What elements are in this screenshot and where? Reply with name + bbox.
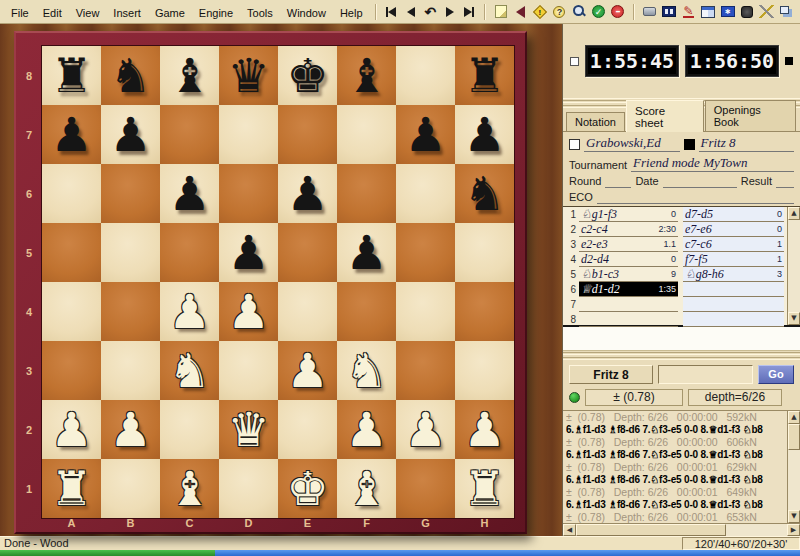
square-c5[interactable]: [160, 223, 219, 282]
menu-file[interactable]: File: [4, 5, 36, 21]
chess-board: 87654321 ♜♞♝♛♚♝♜♟♟♟♟♟♟♞♟♟♟♟♞♟♞♟♟♛♟♟♟♜♝♚♝…: [14, 31, 527, 534]
file-label-g: G: [396, 516, 455, 532]
white-king[interactable]: ♚: [278, 459, 337, 518]
engine-line-pv-1: 6.♗f1-d3 ♗f8-d6 7.♘f3-e5 0-0 8.♕d1-f3 ♘b…: [566, 424, 787, 437]
white-clock-checkbox[interactable]: [570, 57, 579, 66]
rank-label-3: 3: [16, 341, 42, 400]
score-sheet: 1♘g1-f30d7-d502c2-c42:30e7-e603e2-e31.1c…: [563, 206, 800, 327]
square-g5[interactable]: [396, 223, 455, 282]
square-h4[interactable]: [455, 282, 514, 341]
scroll-track[interactable]: [788, 424, 800, 510]
square-b1[interactable]: [101, 459, 160, 518]
wrench-icon: [759, 5, 774, 18]
end-bar-icon: [472, 7, 474, 17]
fritz-app-window: FileEditViewInsertGameEngineToolsWindowH…: [0, 0, 800, 556]
status-message: Done - Wood: [0, 537, 682, 550]
white-move-7[interactable]: [579, 297, 678, 312]
result-label: Result: [741, 175, 772, 188]
hint-bulb-icon: ?: [553, 6, 565, 18]
white-move-2[interactable]: c2-c42:30: [579, 222, 678, 237]
evaluation-field: ± (0.78): [585, 389, 683, 406]
engine-chip-button[interactable]: [641, 3, 659, 20]
move-number: 4: [563, 252, 579, 267]
panel-divider: [563, 352, 800, 355]
forward-button[interactable]: [441, 3, 459, 20]
back-button[interactable]: [402, 3, 420, 20]
engine-hscrollbar[interactable]: ◀ ▶: [563, 523, 800, 536]
scroll-down-icon[interactable]: ▼: [788, 312, 800, 325]
square-d3[interactable]: [219, 341, 278, 400]
white-knight[interactable]: ♞: [160, 341, 219, 400]
engine-line-info-0: ± (0.78) Depth: 6/26 00:00:00 592kN: [566, 411, 787, 424]
engine-line-pv-7: 6.♗f1-d3 ♗f8-d6 7.♘f3-e5 0-0 8.♕d1-f3 ♘b…: [566, 499, 787, 512]
red-minus-icon: –: [611, 5, 624, 18]
black-pawn[interactable]: ♟: [337, 223, 396, 282]
engine-lines: ± (0.78) Depth: 6/26 00:00:00 592kN6.♗f1…: [563, 411, 787, 523]
panel-divider: [563, 357, 800, 360]
black-move-7[interactable]: [683, 297, 784, 312]
white-move-1[interactable]: ♘g1-f30: [579, 207, 678, 222]
scroll-thumb[interactable]: [788, 424, 800, 450]
file-label-h: H: [455, 516, 514, 532]
scroll-track[interactable]: [576, 524, 787, 536]
tab-openings-book[interactable]: Openings Book: [705, 100, 796, 131]
engine-move-field: [658, 365, 753, 384]
square-d6[interactable]: [219, 164, 278, 223]
eco-value[interactable]: [597, 191, 794, 204]
file-label-d: D: [219, 516, 278, 532]
score-row-5: 5♘b1-c39♘g8-h63: [563, 267, 787, 282]
black-move-6[interactable]: [683, 282, 784, 297]
monitor-icon: ∗: [721, 6, 735, 17]
white-pawn[interactable]: ♟: [42, 400, 101, 459]
analyze-button[interactable]: [570, 3, 588, 20]
white-pawn[interactable]: ♟: [219, 282, 278, 341]
toolbar-separator: [633, 4, 635, 20]
tab-score-sheet[interactable]: Score sheet: [626, 100, 704, 132]
square-g1[interactable]: [396, 459, 455, 518]
split-screen-button[interactable]: [699, 3, 717, 20]
square-b3[interactable]: [101, 341, 160, 400]
white-pawn[interactable]: ♟: [160, 282, 219, 341]
score-row-4: 4d2-d40f7-f51: [563, 252, 787, 267]
square-a1[interactable]: ♜: [42, 459, 101, 518]
square-a8[interactable]: ♜: [42, 46, 101, 105]
approve-button[interactable]: ✓: [590, 3, 608, 20]
square-g7[interactable]: ♟: [396, 105, 455, 164]
square-e3[interactable]: ♟: [278, 341, 337, 400]
white-pawn[interactable]: ♟: [278, 341, 337, 400]
score-row-1: 1♘g1-f30d7-d50: [563, 207, 787, 222]
file-label-a: A: [42, 516, 101, 532]
rank-label-8: 8: [16, 46, 42, 105]
engine-line-pv-5: 6.♗f1-d3 ♗f8-d6 7.♘f3-e5 0-0 8.♕d1-f3 ♘b…: [566, 474, 787, 487]
rank-label-5: 5: [16, 223, 42, 282]
score-rows: 1♘g1-f30d7-d502c2-c42:30e7-e603e2-e31.1c…: [563, 207, 787, 325]
undo-icon: ↶: [424, 5, 436, 19]
white-move-3[interactable]: e2-e31.1: [579, 237, 678, 252]
square-a4[interactable]: [42, 282, 101, 341]
square-b5[interactable]: [101, 223, 160, 282]
score-row-3: 3e2-e31.1c7-c61: [563, 237, 787, 252]
engine-line-info-6: ± (0.78) Depth: 6/26 00:00:01 649kN: [566, 486, 787, 499]
white-player-box: [569, 139, 580, 150]
square-e8[interactable]: ♚: [278, 46, 337, 105]
alert-diamond-icon: !: [533, 4, 547, 18]
square-c1[interactable]: ♝: [160, 459, 219, 518]
black-pawn[interactable]: ♟: [42, 105, 101, 164]
white-pawn[interactable]: ♟: [337, 400, 396, 459]
scroll-down-icon[interactable]: ▼: [788, 510, 800, 523]
square-c2[interactable]: [160, 400, 219, 459]
scroll-up-icon[interactable]: ▲: [788, 411, 800, 424]
square-a6[interactable]: [42, 164, 101, 223]
black-rook[interactable]: ♜: [455, 46, 514, 105]
square-f3[interactable]: ♞: [337, 341, 396, 400]
side-panel: 1:55:45 1:56:50 Notation Score sheet Ope…: [562, 24, 800, 536]
takeback-button[interactable]: ↶: [422, 3, 440, 20]
black-move-5[interactable]: ♘g8-h63: [683, 267, 784, 282]
forward-icon: [446, 7, 454, 17]
square-f1[interactable]: ♝: [337, 459, 396, 518]
square-a3[interactable]: [42, 341, 101, 400]
annotate-button[interactable]: ✎: [680, 3, 698, 20]
scroll-up-icon[interactable]: ▲: [788, 207, 800, 220]
square-d8[interactable]: ♛: [219, 46, 278, 105]
move-number: 7: [563, 297, 579, 312]
engine-module-button[interactable]: [738, 3, 756, 20]
square-h8[interactable]: ♜: [455, 46, 514, 105]
side-to-move-indicator: [785, 57, 793, 65]
toolbar-separator: [375, 4, 377, 20]
black-move-3[interactable]: c7-c61: [683, 237, 784, 252]
score-row-6: 6♕d1-d21:35: [563, 282, 787, 297]
time-control: 120'/40+60'/20+30': [682, 537, 800, 550]
white-bishop[interactable]: ♝: [160, 459, 219, 518]
square-a2[interactable]: ♟: [42, 400, 101, 459]
black-move-2[interactable]: e7-e60: [683, 222, 784, 237]
black-player-box: [684, 139, 695, 150]
black-bishop[interactable]: ♝: [337, 46, 396, 105]
engine-line-info-8: ± (0.78) Depth: 6/26 00:00:01 653kN: [566, 511, 787, 523]
file-label-c: C: [160, 516, 219, 532]
square-d5[interactable]: ♟: [219, 223, 278, 282]
clock-panel: 1:55:45 1:56:50: [563, 24, 800, 99]
white-move-4[interactable]: d2-d40: [579, 252, 678, 267]
black-pawn[interactable]: ♟: [455, 105, 514, 164]
rank-label-6: 6: [16, 164, 42, 223]
engine-name-button[interactable]: Fritz 8: [569, 365, 653, 384]
new-note-button[interactable]: [492, 3, 510, 20]
menu-tools[interactable]: Tools: [240, 5, 280, 21]
board-background: 87654321 ♜♞♝♛♚♝♜♟♟♟♟♟♟♞♟♟♟♟♞♟♞♟♟♛♟♟♟♜♝♚♝…: [0, 24, 562, 536]
white-pawn[interactable]: ♟: [101, 400, 160, 459]
engine-line-info-2: ± (0.78) Depth: 6/26 00:00:00 606kN: [566, 436, 787, 449]
black-king[interactable]: ♚: [278, 46, 337, 105]
menu-bar: FileEditViewInsertGameEngineToolsWindowH…: [0, 0, 800, 24]
tournament-value[interactable]: Friend mode MyTown: [631, 155, 794, 172]
move-number: 8: [563, 312, 579, 327]
rank-label-2: 2: [16, 400, 42, 459]
eco-label: ECO: [569, 191, 593, 204]
white-pawn[interactable]: ♟: [396, 400, 455, 459]
square-f5[interactable]: ♟: [337, 223, 396, 282]
black-pawn[interactable]: ♟: [278, 164, 337, 223]
menu-help[interactable]: Help: [333, 5, 370, 21]
black-move-1[interactable]: d7-d50: [683, 207, 784, 222]
file-labels: ABCDEFGH: [42, 516, 514, 532]
engine-led-icon: [569, 392, 580, 403]
file-label-f: F: [337, 516, 396, 532]
rank-labels: 87654321: [16, 46, 42, 518]
rank-label-1: 1: [16, 459, 42, 518]
square-f6[interactable]: [337, 164, 396, 223]
book-icon: [662, 6, 676, 17]
black-queen[interactable]: ♛: [219, 46, 278, 105]
scroll-thumb[interactable]: [576, 524, 726, 536]
taskbar-edge: [0, 550, 800, 556]
move-number: 6: [563, 282, 579, 297]
black-rook[interactable]: ♜: [42, 46, 101, 105]
reject-button[interactable]: –: [609, 3, 627, 20]
move-number: 5: [563, 267, 579, 282]
openings-book-button[interactable]: [660, 3, 678, 20]
square-h7[interactable]: ♟: [455, 105, 514, 164]
square-f7[interactable]: [337, 105, 396, 164]
black-move-4[interactable]: f7-f51: [683, 252, 784, 267]
go-button[interactable]: Go: [758, 365, 794, 384]
scroll-track[interactable]: [788, 220, 800, 312]
status-bar: Done - Wood 120'/40+60'/20+30': [0, 536, 800, 550]
black-pawn[interactable]: ♟: [396, 105, 455, 164]
square-e4[interactable]: [278, 282, 337, 341]
round-value[interactable]: [605, 175, 631, 188]
score-row-2: 2c2-c42:30e7-e60: [563, 222, 787, 237]
black-knight[interactable]: ♞: [455, 164, 514, 223]
square-e1[interactable]: ♚: [278, 459, 337, 518]
file-label-e: E: [278, 516, 337, 532]
menu-window[interactable]: Window: [280, 5, 333, 21]
white-move-8[interactable]: [579, 312, 678, 327]
menu-items: FileEditViewInsertGameEngineToolsWindowH…: [4, 3, 370, 21]
speaker-icon: [516, 6, 525, 18]
white-rook[interactable]: ♜: [455, 459, 514, 518]
black-knight[interactable]: ♞: [101, 46, 160, 105]
monitor-button[interactable]: ∗: [719, 3, 737, 20]
score-scrollbar[interactable]: ▲ ▼: [787, 207, 800, 325]
square-c3[interactable]: ♞: [160, 341, 219, 400]
menu-edit[interactable]: Edit: [36, 5, 69, 21]
square-c4[interactable]: ♟: [160, 282, 219, 341]
square-f8[interactable]: ♝: [337, 46, 396, 105]
black-pawn[interactable]: ♟: [160, 164, 219, 223]
white-move-5[interactable]: ♘b1-c39: [579, 267, 678, 282]
notation-tabs: Notation Score sheet Openings Book: [563, 109, 800, 132]
move-number: 2: [563, 222, 579, 237]
square-e2[interactable]: [278, 400, 337, 459]
square-a7[interactable]: ♟: [42, 105, 101, 164]
engine-controls: Fritz 8 Go ± (0.78) depth=6/26: [563, 361, 800, 410]
tiled-window-icon: [701, 6, 715, 18]
round-label: Round: [569, 175, 601, 188]
menu-insert[interactable]: Insert: [106, 5, 148, 21]
square-g4[interactable]: [396, 282, 455, 341]
white-pawn[interactable]: ♟: [455, 400, 514, 459]
white-move-6[interactable]: ♕d1-d21:35: [579, 282, 678, 297]
chip-icon: [643, 7, 656, 16]
square-c6[interactable]: ♟: [160, 164, 219, 223]
square-g8[interactable]: [396, 46, 455, 105]
engine-scrollbar[interactable]: ▲ ▼: [787, 411, 800, 523]
black-clock: 1:56:50: [685, 45, 779, 77]
white-queen[interactable]: ♛: [219, 400, 278, 459]
black-player-name[interactable]: Fritz 8: [699, 135, 795, 152]
magnifier-icon: [571, 4, 586, 19]
green-check-icon: ✓: [592, 5, 605, 18]
tools-button[interactable]: [758, 3, 776, 20]
square-e5[interactable]: [278, 223, 337, 282]
black-bishop[interactable]: ♝: [160, 46, 219, 105]
annotation-strip[interactable]: [563, 327, 800, 351]
rank-label-7: 7: [16, 105, 42, 164]
square-e7[interactable]: [278, 105, 337, 164]
square-h3[interactable]: [455, 341, 514, 400]
menu-view[interactable]: View: [69, 5, 107, 21]
black-move-8[interactable]: [683, 312, 784, 327]
note-icon: [495, 5, 507, 18]
menu-game[interactable]: Game: [148, 5, 192, 21]
square-d4[interactable]: ♟: [219, 282, 278, 341]
square-h1[interactable]: ♜: [455, 459, 514, 518]
date-label: Date: [635, 175, 658, 188]
square-b6[interactable]: [101, 164, 160, 223]
white-clock: 1:55:45: [585, 45, 679, 77]
move-number: 1: [563, 207, 579, 222]
scroll-left-icon[interactable]: ◀: [563, 524, 576, 536]
go-to-start-icon: [388, 7, 396, 17]
result-value[interactable]: [776, 175, 794, 188]
square-c7[interactable]: [160, 105, 219, 164]
board-grid: ♜♞♝♛♚♝♜♟♟♟♟♟♟♞♟♟♟♟♞♟♞♟♟♛♟♟♟♜♝♚♝♜: [42, 46, 514, 518]
square-h2[interactable]: ♟: [455, 400, 514, 459]
game-info: Grabowski,Ed Fritz 8 Tournament Friend m…: [563, 132, 800, 206]
tournament-label: Tournament: [569, 159, 627, 172]
square-b8[interactable]: ♞: [101, 46, 160, 105]
go-to-end-button[interactable]: [461, 3, 479, 20]
white-bishop[interactable]: ♝: [337, 459, 396, 518]
date-value[interactable]: [663, 175, 737, 188]
square-g3[interactable]: [396, 341, 455, 400]
square-d7[interactable]: [219, 105, 278, 164]
taskbar-green-segment: [0, 550, 215, 556]
square-a5[interactable]: [42, 223, 101, 282]
hint-button[interactable]: ?: [551, 3, 569, 20]
black-pawn[interactable]: ♟: [101, 105, 160, 164]
menu-engine[interactable]: Engine: [192, 5, 240, 21]
engine-line-pv-3: 6.♗f1-d3 ♗f8-d6 7.♘f3-e5 0-0 8.♕d1-f3 ♘b…: [566, 449, 787, 462]
go-to-end-icon: [464, 7, 472, 17]
scroll-right-icon[interactable]: ▶: [787, 524, 800, 536]
back-icon: [407, 7, 415, 17]
square-d2[interactable]: ♛: [219, 400, 278, 459]
white-knight[interactable]: ♞: [337, 341, 396, 400]
toolbar-separator: [484, 4, 486, 20]
square-f4[interactable]: [337, 282, 396, 341]
arrange-windows-button[interactable]: [777, 3, 795, 20]
go-to-start-button[interactable]: [383, 3, 401, 20]
score-row-8: 8: [563, 312, 787, 327]
white-player-name[interactable]: Grabowski,Ed: [584, 135, 680, 152]
engine-icon: [741, 6, 753, 18]
spy-button[interactable]: !: [531, 3, 549, 20]
red-pen-icon: ✎: [683, 6, 693, 18]
depth-field: depth=6/26: [688, 389, 782, 406]
square-d1[interactable]: [219, 459, 278, 518]
rank-label-4: 4: [16, 282, 42, 341]
square-g2[interactable]: ♟: [396, 400, 455, 459]
square-g6[interactable]: [396, 164, 455, 223]
tab-notation[interactable]: Notation: [566, 112, 625, 131]
square-c8[interactable]: ♝: [160, 46, 219, 105]
score-row-7: 7: [563, 297, 787, 312]
square-b2[interactable]: ♟: [101, 400, 160, 459]
engine-output: ± (0.78) Depth: 6/26 00:00:00 592kN6.♗f1…: [563, 410, 800, 523]
square-h5[interactable]: [455, 223, 514, 282]
white-rook[interactable]: ♜: [42, 459, 101, 518]
windows-icon: [780, 6, 789, 14]
black-pawn[interactable]: ♟: [219, 223, 278, 282]
square-f2[interactable]: ♟: [337, 400, 396, 459]
move-number: 3: [563, 237, 579, 252]
announce-button[interactable]: [512, 3, 530, 20]
engine-line-info-4: ± (0.78) Depth: 6/26 00:00:01 629kN: [566, 461, 787, 474]
file-label-b: B: [101, 516, 160, 532]
square-b4[interactable]: [101, 282, 160, 341]
square-b7[interactable]: ♟: [101, 105, 160, 164]
square-e6[interactable]: ♟: [278, 164, 337, 223]
taskbar-blue-segment: [215, 550, 800, 556]
square-h6[interactable]: ♞: [455, 164, 514, 223]
